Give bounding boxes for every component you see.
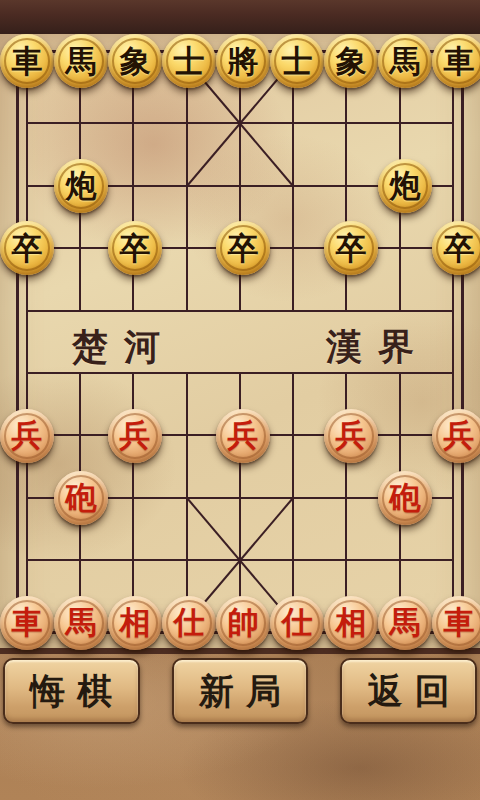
board-cell[interactable] bbox=[162, 92, 216, 154]
board-cell[interactable] bbox=[378, 280, 432, 342]
piece-black-b[interactable]: 象 bbox=[108, 34, 162, 88]
piece-black-a[interactable]: 士 bbox=[270, 34, 324, 88]
board-cell[interactable]: 相 bbox=[108, 592, 162, 654]
board-cell[interactable]: 卒 bbox=[216, 217, 270, 279]
board-cell[interactable]: 士 bbox=[162, 30, 216, 92]
board-cell[interactable]: 砲 bbox=[378, 467, 432, 529]
piece-red-n[interactable]: 馬 bbox=[54, 596, 108, 650]
piece-red-b[interactable]: 相 bbox=[324, 596, 378, 650]
xiangqi-board: 楚河 漢界 車馬象士將士象馬車炮炮卒卒卒卒卒兵兵兵兵兵砲砲車馬相仕帥仕相馬車 bbox=[0, 34, 480, 654]
piece-black-p[interactable]: 卒 bbox=[108, 221, 162, 275]
piece-red-n[interactable]: 馬 bbox=[378, 596, 432, 650]
board-cell[interactable] bbox=[0, 280, 54, 342]
board-cell[interactable] bbox=[270, 92, 324, 154]
board-cell[interactable]: 車 bbox=[0, 592, 54, 654]
board-cell[interactable] bbox=[378, 217, 432, 279]
board-cell[interactable] bbox=[0, 92, 54, 154]
piece-black-a[interactable]: 士 bbox=[162, 34, 216, 88]
top-frame-bar bbox=[0, 0, 480, 34]
piece-red-b[interactable]: 相 bbox=[108, 596, 162, 650]
piece-black-n[interactable]: 馬 bbox=[378, 34, 432, 88]
board-cell[interactable] bbox=[216, 92, 270, 154]
board-cell[interactable]: 兵 bbox=[324, 404, 378, 466]
piece-red-a[interactable]: 仕 bbox=[162, 596, 216, 650]
board-cell[interactable] bbox=[270, 529, 324, 591]
board-cell[interactable] bbox=[216, 529, 270, 591]
board-cell[interactable] bbox=[324, 155, 378, 217]
board-cell[interactable] bbox=[54, 92, 108, 154]
undo-move-button[interactable]: 悔棋 bbox=[3, 658, 140, 724]
board-cell[interactable]: 象 bbox=[324, 30, 378, 92]
piece-red-a[interactable]: 仕 bbox=[270, 596, 324, 650]
app-screen: 楚河 漢界 車馬象士將士象馬車炮炮卒卒卒卒卒兵兵兵兵兵砲砲車馬相仕帥仕相馬車 悔… bbox=[0, 0, 480, 800]
piece-red-r[interactable]: 車 bbox=[432, 596, 480, 650]
piece-black-p[interactable]: 卒 bbox=[432, 221, 480, 275]
board-cell[interactable]: 象 bbox=[108, 30, 162, 92]
board-cell[interactable] bbox=[378, 92, 432, 154]
board-cell[interactable] bbox=[378, 404, 432, 466]
board-cell[interactable] bbox=[324, 92, 378, 154]
board-cell[interactable] bbox=[270, 467, 324, 529]
board-cell[interactable] bbox=[54, 529, 108, 591]
piece-black-p[interactable]: 卒 bbox=[216, 221, 270, 275]
board-cell[interactable] bbox=[0, 467, 54, 529]
board-cell[interactable] bbox=[432, 155, 480, 217]
board-cell[interactable]: 卒 bbox=[0, 217, 54, 279]
board-cell[interactable] bbox=[162, 280, 216, 342]
board-cell[interactable] bbox=[216, 342, 270, 404]
board-cell[interactable] bbox=[108, 342, 162, 404]
board-cell[interactable]: 兵 bbox=[432, 404, 480, 466]
board-cell[interactable] bbox=[0, 155, 54, 217]
board-cell[interactable] bbox=[162, 217, 216, 279]
board-cell[interactable] bbox=[162, 404, 216, 466]
board-cell[interactable]: 仕 bbox=[162, 592, 216, 654]
board-cell[interactable] bbox=[270, 280, 324, 342]
board-cell[interactable] bbox=[54, 217, 108, 279]
board-cell[interactable] bbox=[324, 342, 378, 404]
board-cell[interactable]: 馬 bbox=[54, 30, 108, 92]
board-cell[interactable] bbox=[54, 342, 108, 404]
board-cell[interactable] bbox=[54, 280, 108, 342]
board-cell[interactable]: 馬 bbox=[378, 30, 432, 92]
board-cell[interactable] bbox=[0, 529, 54, 591]
board-cell[interactable]: 兵 bbox=[216, 404, 270, 466]
board-cell[interactable] bbox=[216, 155, 270, 217]
new-game-button[interactable]: 新局 bbox=[172, 658, 309, 724]
board-cell[interactable]: 車 bbox=[432, 592, 480, 654]
board-cell[interactable] bbox=[162, 155, 216, 217]
board-cell[interactable]: 士 bbox=[270, 30, 324, 92]
board-cell[interactable]: 仕 bbox=[270, 592, 324, 654]
board-cell[interactable]: 卒 bbox=[108, 217, 162, 279]
piece-red-p[interactable]: 兵 bbox=[216, 409, 270, 463]
piece-red-p[interactable]: 兵 bbox=[108, 409, 162, 463]
board-cell[interactable] bbox=[432, 467, 480, 529]
board-cell[interactable] bbox=[378, 529, 432, 591]
board-cell[interactable]: 卒 bbox=[324, 217, 378, 279]
back-button[interactable]: 返回 bbox=[340, 658, 477, 724]
board-cell[interactable] bbox=[270, 342, 324, 404]
board-cell[interactable] bbox=[378, 342, 432, 404]
board-cell[interactable]: 馬 bbox=[54, 592, 108, 654]
piece-black-k[interactable]: 將 bbox=[216, 34, 270, 88]
board-cell[interactable] bbox=[324, 529, 378, 591]
board-cell[interactable] bbox=[432, 342, 480, 404]
board-cell[interactable]: 帥 bbox=[216, 592, 270, 654]
board-cell[interactable] bbox=[0, 342, 54, 404]
board-cell[interactable] bbox=[270, 155, 324, 217]
board-cell[interactable] bbox=[108, 280, 162, 342]
piece-black-n[interactable]: 馬 bbox=[54, 34, 108, 88]
board-cell[interactable] bbox=[270, 217, 324, 279]
board-cell[interactable]: 相 bbox=[324, 592, 378, 654]
board-cell[interactable]: 兵 bbox=[0, 404, 54, 466]
board-cell[interactable] bbox=[108, 529, 162, 591]
board-cell[interactable] bbox=[216, 280, 270, 342]
board-cell[interactable] bbox=[432, 280, 480, 342]
board-cell[interactable] bbox=[324, 280, 378, 342]
piece-red-p[interactable]: 兵 bbox=[0, 409, 54, 463]
piece-black-b[interactable]: 象 bbox=[324, 34, 378, 88]
board-cell[interactable]: 車 bbox=[432, 30, 480, 92]
piece-black-c[interactable]: 炮 bbox=[54, 159, 108, 213]
board-cell[interactable] bbox=[324, 467, 378, 529]
board-cell[interactable] bbox=[108, 155, 162, 217]
piece-red-k[interactable]: 帥 bbox=[216, 596, 270, 650]
piece-black-c[interactable]: 炮 bbox=[378, 159, 432, 213]
board-cell[interactable]: 炮 bbox=[54, 155, 108, 217]
board-cell[interactable] bbox=[162, 467, 216, 529]
board-cell[interactable] bbox=[108, 467, 162, 529]
piece-red-r[interactable]: 車 bbox=[0, 596, 54, 650]
board-cell[interactable] bbox=[432, 529, 480, 591]
board-cell[interactable]: 將 bbox=[216, 30, 270, 92]
board-cell[interactable]: 炮 bbox=[378, 155, 432, 217]
piece-red-c[interactable]: 砲 bbox=[54, 471, 108, 525]
board-cell[interactable]: 卒 bbox=[432, 217, 480, 279]
board-cell[interactable] bbox=[162, 342, 216, 404]
board-cell[interactable]: 車 bbox=[0, 30, 54, 92]
piece-black-p[interactable]: 卒 bbox=[0, 221, 54, 275]
piece-red-p[interactable]: 兵 bbox=[432, 409, 480, 463]
board-cell[interactable] bbox=[270, 404, 324, 466]
board-cell[interactable]: 砲 bbox=[54, 467, 108, 529]
piece-black-r[interactable]: 車 bbox=[0, 34, 54, 88]
board-cell[interactable]: 馬 bbox=[378, 592, 432, 654]
piece-red-p[interactable]: 兵 bbox=[324, 409, 378, 463]
board-cell[interactable] bbox=[162, 529, 216, 591]
button-bar: 悔棋 新局 返回 bbox=[0, 658, 480, 726]
piece-black-p[interactable]: 卒 bbox=[324, 221, 378, 275]
board-cell[interactable] bbox=[54, 404, 108, 466]
piece-black-r[interactable]: 車 bbox=[432, 34, 480, 88]
board-cell[interactable]: 兵 bbox=[108, 404, 162, 466]
piece-layer: 車馬象士將士象馬車炮炮卒卒卒卒卒兵兵兵兵兵砲砲車馬相仕帥仕相馬車 bbox=[0, 30, 480, 654]
board-cell[interactable] bbox=[108, 92, 162, 154]
board-cell[interactable] bbox=[216, 467, 270, 529]
board-cell[interactable] bbox=[432, 92, 480, 154]
piece-red-c[interactable]: 砲 bbox=[378, 471, 432, 525]
